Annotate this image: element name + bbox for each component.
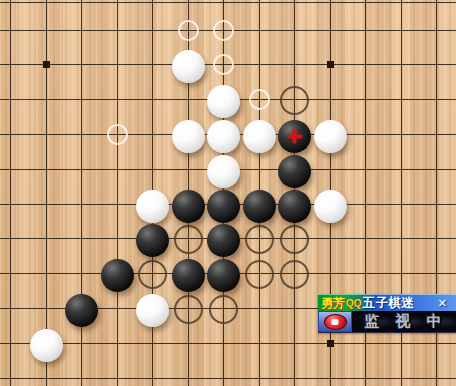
mini-window-toolbar: 监 视 中 xyxy=(318,311,456,333)
star-point xyxy=(327,61,334,68)
white-stone xyxy=(207,155,240,188)
empty-circle-marker-dark xyxy=(280,260,309,289)
black-stone xyxy=(101,259,134,292)
empty-circle-marker-light xyxy=(178,20,199,41)
stop-icon xyxy=(332,319,339,325)
white-stone xyxy=(136,294,169,327)
black-stone xyxy=(65,294,98,327)
empty-circle-marker-dark xyxy=(245,225,274,254)
white-stone xyxy=(136,190,169,223)
empty-circle-marker-dark xyxy=(209,295,238,324)
black-stone xyxy=(207,259,240,292)
white-stone xyxy=(30,329,63,362)
close-icon[interactable]: ✕ xyxy=(438,297,456,310)
white-stone xyxy=(172,120,205,153)
black-stone xyxy=(207,190,240,223)
titlebar-app-name: 五子棋迷 xyxy=(363,295,415,312)
empty-circle-marker-dark xyxy=(174,295,203,324)
empty-circle-marker-dark xyxy=(280,86,309,115)
empty-circle-marker-dark xyxy=(174,225,203,254)
black-stone xyxy=(172,259,205,292)
white-stone xyxy=(314,190,347,223)
black-stone xyxy=(243,190,276,223)
grid-line-horizontal xyxy=(0,378,456,379)
empty-circle-marker-dark xyxy=(245,260,274,289)
star-point xyxy=(43,61,50,68)
grid-line-vertical xyxy=(81,0,82,386)
grid-line-horizontal xyxy=(0,2,456,3)
black-stone xyxy=(172,190,205,223)
status-text: 监 视 中 xyxy=(352,311,456,332)
stop-button-panel xyxy=(318,311,352,332)
black-stone xyxy=(278,190,311,223)
grid-line-vertical xyxy=(10,0,11,386)
titlebar-user-name: 勇芳 xyxy=(321,295,345,312)
empty-circle-marker-light xyxy=(213,20,234,41)
empty-circle-marker-light xyxy=(213,54,234,75)
black-stone xyxy=(207,224,240,257)
black-stone xyxy=(136,224,169,257)
gomoku-screen: 勇芳 QQ 五子棋迷 ✕ 监 视 中 xyxy=(0,0,456,386)
empty-circle-marker-light xyxy=(107,124,128,145)
mini-window-titlebar[interactable]: 勇芳 QQ 五子棋迷 ✕ xyxy=(318,294,456,311)
last-move-cross-icon xyxy=(287,129,302,144)
white-stone xyxy=(172,50,205,83)
empty-circle-marker-dark xyxy=(138,260,167,289)
empty-circle-marker-dark xyxy=(280,225,309,254)
titlebar-qq-label: QQ xyxy=(346,298,362,309)
grid-line-vertical xyxy=(117,0,118,386)
white-stone xyxy=(243,120,276,153)
black-stone xyxy=(278,155,311,188)
star-point xyxy=(327,340,334,347)
stop-record-button[interactable] xyxy=(324,314,347,330)
white-stone xyxy=(314,120,347,153)
black-stone xyxy=(278,120,311,153)
grid-line-horizontal xyxy=(0,343,456,344)
mini-window: 勇芳 QQ 五子棋迷 ✕ 监 视 中 xyxy=(318,294,456,333)
empty-circle-marker-light xyxy=(249,89,270,110)
white-stone xyxy=(207,120,240,153)
white-stone xyxy=(207,85,240,118)
